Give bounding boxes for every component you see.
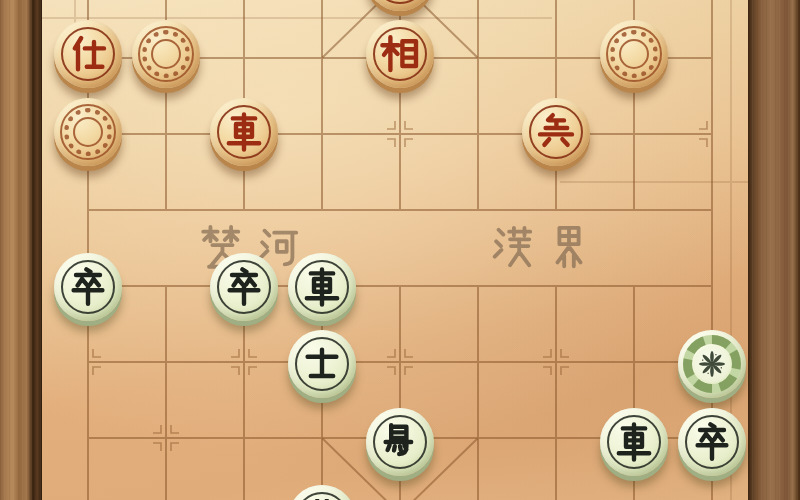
piece-black-horse[interactable] xyxy=(366,408,434,476)
piece-facedown-red[interactable] xyxy=(54,98,122,166)
piece-red-soldier[interactable] xyxy=(522,98,590,166)
facedown-ornament-inner xyxy=(73,117,103,147)
piece-character xyxy=(302,267,342,307)
wood-grain xyxy=(0,0,42,500)
piece-character xyxy=(68,34,108,74)
piece-character xyxy=(536,112,576,152)
piece-black-clipped-bottom[interactable] xyxy=(288,485,356,500)
board-frame-right xyxy=(748,0,800,500)
piece-facedown-red[interactable] xyxy=(132,20,200,88)
river-label-right xyxy=(495,228,581,266)
piece-black-chariot[interactable] xyxy=(600,408,668,476)
piece-black-advisor[interactable] xyxy=(288,330,356,398)
piece-facedown-red[interactable] xyxy=(600,20,668,88)
wood-grain xyxy=(748,0,800,500)
piece-black-soldier[interactable] xyxy=(678,408,746,476)
piece-character xyxy=(224,267,264,307)
piece-character xyxy=(224,112,264,152)
piece-character xyxy=(614,422,654,462)
piece-character xyxy=(68,267,108,307)
xiangqi-game-screen xyxy=(0,0,800,500)
facedown-ornament-inner xyxy=(619,39,649,69)
piece-red-clipped-top[interactable] xyxy=(366,0,434,11)
flower-icon xyxy=(694,346,730,382)
piece-black-soldier[interactable] xyxy=(210,253,278,321)
piece-red-chariot[interactable] xyxy=(210,98,278,166)
piece-character xyxy=(692,422,732,462)
piece-black-soldier[interactable] xyxy=(54,253,122,321)
piece-character xyxy=(380,422,420,462)
piece-red-advisor[interactable] xyxy=(54,20,122,88)
piece-red-elephant[interactable] xyxy=(366,20,434,88)
piece-facedown-black[interactable] xyxy=(678,330,746,398)
piece-character xyxy=(302,344,342,384)
piece-character xyxy=(380,34,420,74)
facedown-ornament-inner xyxy=(151,39,181,69)
board-frame-left xyxy=(0,0,42,500)
piece-black-chariot[interactable] xyxy=(288,253,356,321)
